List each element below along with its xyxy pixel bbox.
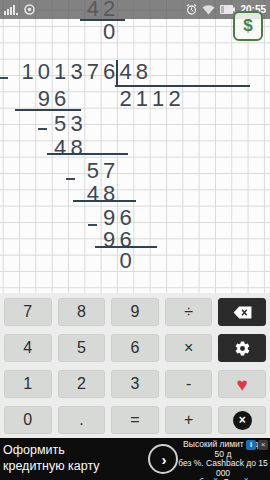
key-plus[interactable]: + — [165, 406, 213, 434]
division-line-under-48a — [47, 153, 128, 155]
key-backspace[interactable] — [218, 298, 266, 326]
wifi-icon — [202, 5, 215, 15]
division-digit-rem-96: 9 — [101, 207, 118, 229]
division-digit-dividend-divisor: 1 — [52, 61, 69, 83]
ad-close-icon[interactable]: × — [258, 440, 268, 450]
chevron-right-icon: › — [162, 452, 167, 467]
key-multiply[interactable]: × — [165, 334, 213, 362]
ad-left-line1: Оформить — [3, 442, 100, 458]
key-4[interactable]: 4 — [4, 334, 52, 362]
division-line-under-48b — [73, 200, 136, 202]
key-settings[interactable] — [218, 334, 266, 362]
close-circle-icon: × — [233, 411, 252, 430]
ad-banner[interactable]: Оформить кредитную карту Высокий лимит и… — [0, 438, 270, 480]
division-digit-rem-96: 6 — [117, 207, 134, 229]
division-digit-dividend-divisor: 3 — [68, 61, 85, 83]
adchoices-info-icon[interactable]: i — [246, 440, 256, 450]
division-digit-sub-48a: 8 — [68, 137, 85, 159]
division-digit-sub96-quotient: 2 — [166, 88, 183, 110]
key-7[interactable]: 7 — [4, 298, 52, 326]
division-digit-rem-57: 7 — [101, 160, 118, 182]
signal-bars-icon — [4, 4, 18, 15]
division-line-under-96 — [15, 109, 81, 111]
minus-sign-1 — [0, 77, 8, 79]
ad-right-line2: без %. Cashback до 15 000 — [178, 459, 268, 478]
dollar-badge[interactable]: $ — [233, 11, 263, 41]
key-9[interactable]: 9 — [111, 298, 159, 326]
dollar-symbol: $ — [243, 16, 252, 36]
division-digit-dividend-divisor: 1 — [19, 61, 36, 83]
key-divide[interactable]: ÷ — [165, 298, 213, 326]
location-dot-icon — [24, 4, 35, 15]
division-line-divisor-underline — [115, 85, 250, 87]
key-0[interactable]: 0 — [4, 406, 52, 434]
minus-sign-2 — [38, 128, 47, 130]
division-line-under-96b — [95, 246, 157, 248]
key-5[interactable]: 5 — [58, 334, 106, 362]
division-digit-dividend-divisor: 4 — [117, 61, 134, 83]
division-digit-rem-57: 5 — [84, 160, 101, 182]
key-close[interactable]: × — [218, 406, 266, 434]
division-digit-sub96-quotient: 2 — [117, 88, 134, 110]
alarm-icon — [186, 4, 197, 15]
division-digit-rem-53: 3 — [68, 113, 85, 135]
division-digit-sub96-quotient: 1 — [133, 88, 150, 110]
ad-left-line2: кредитную карту — [3, 458, 100, 474]
division-line-prev-underline — [80, 19, 125, 21]
key-minus[interactable]: - — [165, 370, 213, 398]
division-digit-prev-zero: 0 — [101, 21, 118, 43]
key-2[interactable]: 2 — [58, 370, 106, 398]
division-digit-dividend-divisor: 0 — [35, 61, 52, 83]
status-bar: 20:55 — [0, 0, 270, 19]
graph-paper: 420101376489621125348574896960 — [0, 0, 270, 293]
ad-left-text: Оформить кредитную карту — [3, 442, 100, 474]
division-digit-dividend-divisor: 7 — [84, 61, 101, 83]
heart-icon: ♥ — [237, 375, 248, 394]
division-digit-dividend-divisor: 8 — [133, 61, 150, 83]
division-digit-final-zero: 0 — [117, 250, 134, 272]
calculator-keypad: 789÷456×123-♥0.=+× — [0, 293, 270, 438]
phone-screen: 420101376489621125348574896960 20:55 — [0, 0, 270, 480]
key-1[interactable]: 1 — [4, 370, 52, 398]
key-3[interactable]: 3 — [111, 370, 159, 398]
division-digit-sub96-quotient: 6 — [52, 88, 69, 110]
division-bracket-vertical — [116, 60, 118, 87]
minus-sign-4 — [88, 224, 97, 226]
key-favorite[interactable]: ♥ — [218, 370, 266, 398]
division-digit-sub96-quotient: 1 — [150, 88, 167, 110]
key-6[interactable]: 6 — [111, 334, 159, 362]
division-digit-rem-53: 5 — [52, 113, 69, 135]
key-8[interactable]: 8 — [58, 298, 106, 326]
minus-sign-3 — [66, 178, 75, 180]
division-digit-sub96-quotient: 9 — [35, 88, 52, 110]
division-digit-sub-48a: 4 — [52, 137, 69, 159]
key-decimal[interactable]: . — [58, 406, 106, 434]
ad-arrow-button[interactable]: › — [148, 444, 178, 474]
key-equals[interactable]: = — [111, 406, 159, 434]
